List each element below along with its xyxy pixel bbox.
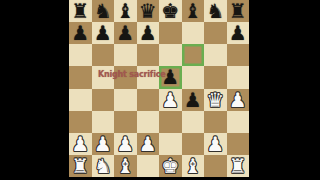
square-d7[interactable]: ♟ — [137, 22, 160, 44]
square-b6[interactable] — [92, 44, 115, 66]
white-rook[interactable]: ♜ — [229, 155, 247, 177]
square-f1[interactable]: ♝ — [182, 155, 205, 177]
square-g2[interactable]: ♟ — [204, 133, 227, 155]
square-g3[interactable] — [204, 111, 227, 133]
black-pawn[interactable]: ♟ — [229, 22, 247, 44]
white-pawn[interactable]: ♟ — [94, 133, 112, 155]
square-f4[interactable]: ♟ — [182, 89, 205, 111]
black-pawn[interactable]: ♟ — [139, 22, 157, 44]
square-h1[interactable]: ♜ — [227, 155, 250, 177]
white-pawn[interactable]: ♟ — [71, 133, 89, 155]
square-c4[interactable] — [114, 89, 137, 111]
black-bishop[interactable]: ♝ — [184, 0, 202, 22]
square-h8[interactable]: ♜ — [227, 0, 250, 22]
square-e7[interactable] — [159, 22, 182, 44]
white-pawn[interactable]: ♟ — [229, 89, 247, 111]
square-b4[interactable] — [92, 89, 115, 111]
black-pawn[interactable]: ♟ — [116, 22, 134, 44]
black-knight[interactable]: ♞ — [206, 0, 224, 22]
square-c7[interactable]: ♟ — [114, 22, 137, 44]
letterbox-right — [249, 0, 320, 180]
square-f7[interactable] — [182, 22, 205, 44]
square-e8[interactable]: ♚ — [159, 0, 182, 22]
black-rook[interactable]: ♜ — [71, 0, 89, 22]
square-c2[interactable]: ♟ — [114, 133, 137, 155]
square-c6[interactable] — [114, 44, 137, 66]
square-f5[interactable] — [182, 66, 205, 88]
square-g5[interactable] — [204, 66, 227, 88]
black-pawn[interactable]: ♟ — [71, 22, 89, 44]
square-d2[interactable]: ♟ — [137, 133, 160, 155]
square-a3[interactable] — [69, 111, 92, 133]
square-e2[interactable] — [159, 133, 182, 155]
white-king[interactable]: ♚ — [161, 155, 179, 177]
square-d1[interactable] — [137, 155, 160, 177]
square-g8[interactable]: ♞ — [204, 0, 227, 22]
square-a8[interactable]: ♜ — [69, 0, 92, 22]
square-h3[interactable] — [227, 111, 250, 133]
black-pawn[interactable]: ♟ — [184, 89, 202, 111]
black-rook[interactable]: ♜ — [229, 0, 247, 22]
square-b3[interactable] — [92, 111, 115, 133]
black-bishop[interactable]: ♝ — [116, 0, 134, 22]
chess-board[interactable]: ♜♞♝♛♚♝♞♜♟♟♟♟♟♟♟♟♛♟♟♟♟♟♟♜♞♝♚♝♜ — [69, 0, 249, 177]
white-rook[interactable]: ♜ — [71, 155, 89, 177]
letterbox-left — [0, 0, 69, 180]
square-c1[interactable]: ♝ — [114, 155, 137, 177]
white-bishop[interactable]: ♝ — [184, 155, 202, 177]
square-e3[interactable] — [159, 111, 182, 133]
square-a1[interactable]: ♜ — [69, 155, 92, 177]
square-g6[interactable] — [204, 44, 227, 66]
white-bishop[interactable]: ♝ — [116, 155, 134, 177]
square-f8[interactable]: ♝ — [182, 0, 205, 22]
square-b7[interactable]: ♟ — [92, 22, 115, 44]
square-c3[interactable] — [114, 111, 137, 133]
square-c8[interactable]: ♝ — [114, 0, 137, 22]
black-knight[interactable]: ♞ — [94, 0, 112, 22]
white-knight[interactable]: ♞ — [94, 155, 112, 177]
square-a7[interactable]: ♟ — [69, 22, 92, 44]
square-a2[interactable]: ♟ — [69, 133, 92, 155]
square-a6[interactable] — [69, 44, 92, 66]
square-b8[interactable]: ♞ — [92, 0, 115, 22]
square-h4[interactable]: ♟ — [227, 89, 250, 111]
square-e4[interactable]: ♟ — [159, 89, 182, 111]
square-g7[interactable] — [204, 22, 227, 44]
square-f6[interactable] — [182, 44, 205, 66]
square-b2[interactable]: ♟ — [92, 133, 115, 155]
square-f3[interactable] — [182, 111, 205, 133]
white-queen[interactable]: ♛ — [206, 89, 224, 111]
square-d6[interactable] — [137, 44, 160, 66]
square-h5[interactable] — [227, 66, 250, 88]
square-h6[interactable] — [227, 44, 250, 66]
letterbox-bottom — [0, 177, 320, 180]
black-queen[interactable]: ♛ — [139, 0, 157, 22]
square-e6[interactable] — [159, 44, 182, 66]
video-frame: ♜♞♝♛♚♝♞♜♟♟♟♟♟♟♟♟♛♟♟♟♟♟♟♜♞♝♚♝♜ — [0, 0, 320, 180]
square-a5[interactable] — [69, 66, 92, 88]
square-d3[interactable] — [137, 111, 160, 133]
white-pawn[interactable]: ♟ — [139, 133, 157, 155]
square-g4[interactable]: ♛ — [204, 89, 227, 111]
square-a4[interactable] — [69, 89, 92, 111]
square-d4[interactable] — [137, 89, 160, 111]
white-pawn[interactable]: ♟ — [116, 133, 134, 155]
square-g1[interactable] — [204, 155, 227, 177]
square-e1[interactable]: ♚ — [159, 155, 182, 177]
black-king[interactable]: ♚ — [161, 0, 179, 22]
black-pawn[interactable]: ♟ — [94, 22, 112, 44]
square-d8[interactable]: ♛ — [137, 0, 160, 22]
square-h2[interactable] — [227, 133, 250, 155]
caption-knight-sacrifice: Knight sacrifice — [98, 70, 162, 82]
square-f2[interactable] — [182, 133, 205, 155]
white-pawn[interactable]: ♟ — [161, 89, 179, 111]
square-b1[interactable]: ♞ — [92, 155, 115, 177]
white-pawn[interactable]: ♟ — [206, 133, 224, 155]
square-h7[interactable]: ♟ — [227, 22, 250, 44]
